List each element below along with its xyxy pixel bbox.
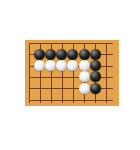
white-stone-c6r4 <box>79 71 90 82</box>
intersection-c5r6[interactable] <box>67 94 78 105</box>
black-stone-c7r3 <box>90 60 101 71</box>
intersection-c2r1[interactable] <box>34 38 45 49</box>
black-stone-c7r5 <box>90 83 101 94</box>
go-board[interactable] <box>25 40 119 106</box>
intersection-c1r3[interactable] <box>23 60 34 71</box>
intersection-c4r1[interactable] <box>56 38 67 49</box>
intersection-c5r4[interactable] <box>67 71 78 82</box>
intersection-c5r5[interactable] <box>67 83 78 94</box>
intersection-c1r6[interactable] <box>23 94 34 105</box>
black-stone-c2r2 <box>34 49 45 60</box>
intersection-c6r1[interactable] <box>79 38 90 49</box>
black-stone-c7r2 <box>90 49 101 60</box>
intersection-c1r1[interactable] <box>23 38 34 49</box>
intersection-c6r6[interactable] <box>79 94 90 105</box>
intersection-c7r6[interactable] <box>90 94 101 105</box>
intersection-c8r5[interactable] <box>101 83 112 94</box>
white-stone-c6r3 <box>79 60 90 71</box>
intersection-c7r1[interactable] <box>90 38 101 49</box>
intersection-c8r4[interactable] <box>101 71 112 82</box>
intersection-c3r6[interactable] <box>45 94 56 105</box>
intersection-c1r4[interactable] <box>23 71 34 82</box>
intersection-c8r2[interactable] <box>101 49 112 60</box>
black-stone-c7r4 <box>90 71 101 82</box>
intersection-c3r1[interactable] <box>45 38 56 49</box>
intersection-c2r6[interactable] <box>34 94 45 105</box>
intersection-c1r2[interactable] <box>23 49 34 60</box>
intersection-c4r5[interactable] <box>56 83 67 94</box>
intersection-c3r5[interactable] <box>45 83 56 94</box>
page-background <box>0 0 140 150</box>
black-stone-c6r2 <box>79 49 90 60</box>
intersection-c4r6[interactable] <box>56 94 67 105</box>
white-stone-c6r5 <box>79 83 90 94</box>
intersection-c2r4[interactable] <box>34 71 45 82</box>
intersection-c2r5[interactable] <box>34 83 45 94</box>
intersection-c1r5[interactable] <box>23 83 34 94</box>
intersection-c4r4[interactable] <box>56 71 67 82</box>
intersection-c8r1[interactable] <box>101 38 112 49</box>
intersection-c8r6[interactable] <box>101 94 112 105</box>
intersection-c3r4[interactable] <box>45 71 56 82</box>
intersection-c8r3[interactable] <box>101 60 112 71</box>
intersection-c5r1[interactable] <box>67 38 78 49</box>
black-stone-c3r2 <box>45 49 56 60</box>
